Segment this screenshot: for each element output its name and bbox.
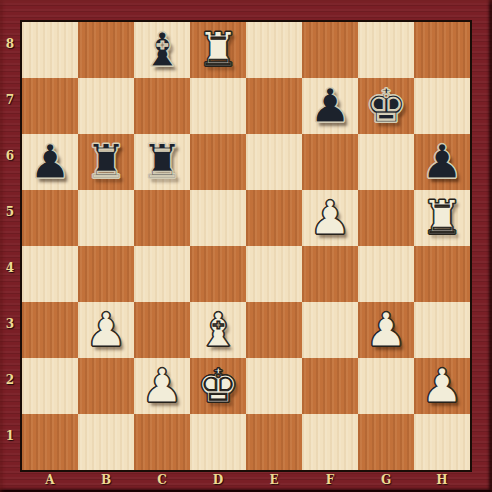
- rank-label-3: 3: [0, 296, 20, 352]
- piece-black-pawn-f7[interactable]: ♟: [309, 78, 351, 134]
- square-c8[interactable]: ♝: [134, 22, 190, 78]
- file-label-b: B: [78, 470, 134, 490]
- file-label-f: F: [302, 470, 358, 490]
- square-h4[interactable]: [414, 246, 470, 302]
- file-label-g: G: [358, 470, 414, 490]
- square-c5[interactable]: [134, 190, 190, 246]
- square-c1[interactable]: [134, 414, 190, 470]
- square-e3[interactable]: [246, 302, 302, 358]
- square-f3[interactable]: [302, 302, 358, 358]
- square-h8[interactable]: [414, 22, 470, 78]
- rank-label-1: 1: [0, 408, 20, 464]
- square-a6[interactable]: ♟: [22, 134, 78, 190]
- square-c4[interactable]: [134, 246, 190, 302]
- square-g5[interactable]: [358, 190, 414, 246]
- square-d3[interactable]: ♝: [190, 302, 246, 358]
- file-labels: ABCDEFGH: [22, 470, 470, 490]
- file-label-c: C: [134, 470, 190, 490]
- square-h2[interactable]: ♟: [414, 358, 470, 414]
- square-b2[interactable]: [78, 358, 134, 414]
- piece-white-pawn-g3[interactable]: ♟: [365, 302, 407, 358]
- square-h6[interactable]: ♟: [414, 134, 470, 190]
- square-g4[interactable]: [358, 246, 414, 302]
- file-label-d: D: [190, 470, 246, 490]
- piece-black-king-g7[interactable]: ♚: [365, 78, 407, 134]
- piece-white-rook-d8[interactable]: ♜: [197, 22, 239, 78]
- piece-white-king-d2[interactable]: ♚: [197, 358, 239, 414]
- piece-black-rook-b6[interactable]: ♜: [85, 134, 127, 190]
- piece-black-pawn-a6[interactable]: ♟: [29, 134, 71, 190]
- square-e1[interactable]: [246, 414, 302, 470]
- square-c3[interactable]: [134, 302, 190, 358]
- piece-black-bishop-c8[interactable]: ♝: [141, 22, 183, 78]
- rank-label-5: 5: [0, 184, 20, 240]
- square-f5[interactable]: ♟: [302, 190, 358, 246]
- square-e7[interactable]: [246, 78, 302, 134]
- square-b7[interactable]: [78, 78, 134, 134]
- square-a8[interactable]: [22, 22, 78, 78]
- piece-white-pawn-f5[interactable]: ♟: [309, 190, 351, 246]
- square-g2[interactable]: [358, 358, 414, 414]
- square-a1[interactable]: [22, 414, 78, 470]
- square-h5[interactable]: ♜: [414, 190, 470, 246]
- square-f1[interactable]: [302, 414, 358, 470]
- rank-label-7: 7: [0, 72, 20, 128]
- square-e6[interactable]: [246, 134, 302, 190]
- piece-white-pawn-h2[interactable]: ♟: [421, 358, 463, 414]
- square-g1[interactable]: [358, 414, 414, 470]
- square-h3[interactable]: [414, 302, 470, 358]
- square-h1[interactable]: [414, 414, 470, 470]
- square-b5[interactable]: [78, 190, 134, 246]
- square-d7[interactable]: [190, 78, 246, 134]
- square-f4[interactable]: [302, 246, 358, 302]
- piece-white-pawn-c2[interactable]: ♟: [141, 358, 183, 414]
- square-d6[interactable]: [190, 134, 246, 190]
- square-b1[interactable]: [78, 414, 134, 470]
- file-label-e: E: [246, 470, 302, 490]
- square-g6[interactable]: [358, 134, 414, 190]
- file-label-a: A: [22, 470, 78, 490]
- square-b6[interactable]: ♜: [78, 134, 134, 190]
- square-b4[interactable]: [78, 246, 134, 302]
- square-g8[interactable]: [358, 22, 414, 78]
- rank-label-2: 2: [0, 352, 20, 408]
- square-e4[interactable]: [246, 246, 302, 302]
- rank-label-8: 8: [0, 16, 20, 72]
- square-e5[interactable]: [246, 190, 302, 246]
- square-f8[interactable]: [302, 22, 358, 78]
- square-a5[interactable]: [22, 190, 78, 246]
- square-e8[interactable]: [246, 22, 302, 78]
- square-d4[interactable]: [190, 246, 246, 302]
- piece-black-rook-c6[interactable]: ♜: [141, 134, 183, 190]
- square-f7[interactable]: ♟: [302, 78, 358, 134]
- square-d5[interactable]: [190, 190, 246, 246]
- chess-board: ♝♜♟♚♟♜♜♟♟♜♟♝♟♟♚♟: [20, 20, 472, 472]
- square-c6[interactable]: ♜: [134, 134, 190, 190]
- square-h7[interactable]: [414, 78, 470, 134]
- square-d8[interactable]: ♜: [190, 22, 246, 78]
- rank-label-4: 4: [0, 240, 20, 296]
- square-g3[interactable]: ♟: [358, 302, 414, 358]
- square-a2[interactable]: [22, 358, 78, 414]
- square-a4[interactable]: [22, 246, 78, 302]
- square-c7[interactable]: [134, 78, 190, 134]
- square-f6[interactable]: [302, 134, 358, 190]
- square-d2[interactable]: ♚: [190, 358, 246, 414]
- file-label-h: H: [414, 470, 470, 490]
- square-g7[interactable]: ♚: [358, 78, 414, 134]
- square-b8[interactable]: [78, 22, 134, 78]
- piece-black-pawn-h6[interactable]: ♟: [421, 134, 463, 190]
- square-e2[interactable]: [246, 358, 302, 414]
- piece-white-bishop-d3[interactable]: ♝: [197, 302, 239, 358]
- square-f2[interactable]: [302, 358, 358, 414]
- rank-labels: 87654321: [0, 22, 20, 470]
- square-a3[interactable]: [22, 302, 78, 358]
- square-c2[interactable]: ♟: [134, 358, 190, 414]
- piece-white-rook-h5[interactable]: ♜: [421, 190, 463, 246]
- rank-label-6: 6: [0, 128, 20, 184]
- chess-board-frame: 87654321 ABCDEFGH ♝♜♟♚♟♜♜♟♟♜♟♝♟♟♚♟: [0, 0, 492, 492]
- square-d1[interactable]: [190, 414, 246, 470]
- piece-white-pawn-b3[interactable]: ♟: [85, 302, 127, 358]
- square-b3[interactable]: ♟: [78, 302, 134, 358]
- square-a7[interactable]: [22, 78, 78, 134]
